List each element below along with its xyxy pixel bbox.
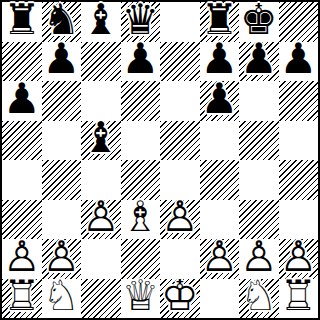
piece-black-pawn[interactable]: ♟♟	[2, 81, 42, 121]
piece-white-pawn[interactable]: ♟♙	[200, 239, 240, 279]
square-a8[interactable]: ♜♜	[2, 2, 42, 42]
square-h1[interactable]: ♜♖	[279, 279, 319, 319]
piece-black-bishop[interactable]: ♝♝	[81, 2, 121, 42]
square-a1[interactable]: ♜♖	[2, 279, 42, 319]
piece-glyph-black-pawn-icon: ♟	[240, 39, 278, 81]
square-b1[interactable]: ♞♘	[42, 279, 82, 319]
square-e1[interactable]: ♚♔	[160, 279, 200, 319]
square-b6[interactable]	[42, 81, 82, 121]
square-f4[interactable]	[200, 160, 240, 200]
piece-black-pawn[interactable]: ♟♟	[279, 42, 319, 82]
square-f1[interactable]	[200, 279, 240, 319]
piece-white-rook[interactable]: ♜♖	[2, 279, 42, 319]
square-f5[interactable]	[200, 121, 240, 161]
square-a5[interactable]	[2, 121, 42, 161]
square-e6[interactable]	[160, 81, 200, 121]
square-g6[interactable]	[239, 81, 279, 121]
square-g5[interactable]	[239, 121, 279, 161]
piece-black-pawn[interactable]: ♟♟	[239, 42, 279, 82]
piece-white-pawn[interactable]: ♟♙	[81, 200, 121, 240]
piece-white-bishop[interactable]: ♝♗	[121, 200, 161, 240]
piece-glyph-black-rook-icon: ♜	[3, 0, 41, 41]
piece-white-king[interactable]: ♚♔	[160, 279, 200, 319]
square-c3[interactable]: ♟♙	[81, 200, 121, 240]
square-c8[interactable]: ♝♝	[81, 2, 121, 42]
piece-glyph-white-rook-icon: ♖	[279, 276, 317, 318]
square-b4[interactable]	[42, 160, 82, 200]
square-d1[interactable]: ♛♕	[121, 279, 161, 319]
piece-glyph-black-pawn-icon: ♟	[3, 78, 41, 120]
square-c7[interactable]	[81, 42, 121, 82]
piece-white-rook[interactable]: ♜♖	[279, 279, 319, 319]
piece-black-bishop[interactable]: ♝♝	[81, 121, 121, 161]
piece-glyph-white-king-icon: ♔	[161, 276, 199, 318]
square-g4[interactable]	[239, 160, 279, 200]
piece-glyph-white-bishop-icon: ♗	[121, 197, 159, 239]
piece-white-pawn[interactable]: ♟♙	[160, 200, 200, 240]
piece-black-pawn[interactable]: ♟♟	[200, 81, 240, 121]
square-c2[interactable]	[81, 239, 121, 279]
piece-glyph-white-pawn-icon: ♙	[161, 197, 199, 239]
piece-glyph-black-bishop-icon: ♝	[82, 118, 120, 160]
piece-glyph-white-rook-icon: ♖	[3, 276, 41, 318]
piece-black-pawn[interactable]: ♟♟	[121, 42, 161, 82]
square-e7[interactable]	[160, 42, 200, 82]
piece-glyph-black-pawn-icon: ♟	[279, 39, 317, 81]
piece-white-knight[interactable]: ♞♘	[239, 279, 279, 319]
square-h6[interactable]	[279, 81, 319, 121]
square-a4[interactable]	[2, 160, 42, 200]
square-d7[interactable]: ♟♟	[121, 42, 161, 82]
square-e3[interactable]: ♟♙	[160, 200, 200, 240]
square-g1[interactable]: ♞♘	[239, 279, 279, 319]
piece-glyph-black-pawn-icon: ♟	[200, 78, 238, 120]
square-c5[interactable]: ♝♝	[81, 121, 121, 161]
square-d5[interactable]	[121, 121, 161, 161]
piece-glyph-black-bishop-icon: ♝	[82, 0, 120, 41]
piece-black-rook[interactable]: ♜♜	[2, 2, 42, 42]
piece-glyph-white-knight-icon: ♘	[240, 276, 278, 318]
square-c1[interactable]	[81, 279, 121, 319]
piece-glyph-white-queen-icon: ♕	[121, 276, 159, 318]
square-h5[interactable]	[279, 121, 319, 161]
square-f2[interactable]: ♟♙	[200, 239, 240, 279]
square-a6[interactable]: ♟♟	[2, 81, 42, 121]
piece-glyph-black-pawn-icon: ♟	[42, 39, 80, 81]
piece-black-pawn[interactable]: ♟♟	[42, 42, 82, 82]
square-b7[interactable]: ♟♟	[42, 42, 82, 82]
piece-white-knight[interactable]: ♞♘	[42, 279, 82, 319]
piece-white-queen[interactable]: ♛♕	[121, 279, 161, 319]
square-d6[interactable]	[121, 81, 161, 121]
square-g7[interactable]: ♟♟	[239, 42, 279, 82]
chess-board: ♜♜♞♞♝♝♛♛♜♜♚♚♟♟♟♟♟♟♟♟♟♟♟♟♟♟♝♝♟♙♝♗♟♙♟♙♟♙♟♙…	[0, 0, 320, 320]
piece-glyph-white-pawn-icon: ♙	[200, 236, 238, 278]
square-e8[interactable]	[160, 2, 200, 42]
piece-glyph-white-pawn-icon: ♙	[82, 197, 120, 239]
square-b5[interactable]	[42, 121, 82, 161]
square-d3[interactable]: ♝♗	[121, 200, 161, 240]
square-h7[interactable]: ♟♟	[279, 42, 319, 82]
square-e5[interactable]	[160, 121, 200, 161]
square-f6[interactable]: ♟♟	[200, 81, 240, 121]
square-h4[interactable]	[279, 160, 319, 200]
piece-glyph-white-knight-icon: ♘	[42, 276, 80, 318]
piece-glyph-black-pawn-icon: ♟	[121, 39, 159, 81]
